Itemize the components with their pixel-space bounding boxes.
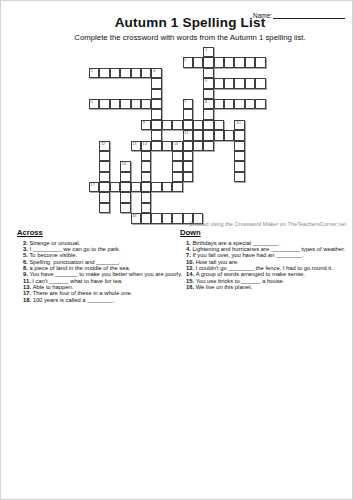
grid-cell-r7c7[interactable] xyxy=(162,120,172,130)
grid-cell-r1c12[interactable] xyxy=(214,57,224,67)
grid-cell-r9c5[interactable]: 14 xyxy=(141,141,151,151)
clue-text: I can't ______ what to have for tea. xyxy=(32,278,122,284)
grid-cell-r1c15[interactable] xyxy=(245,57,255,67)
grid-cell-r7c6[interactable] xyxy=(151,120,161,130)
cell-number: 4 xyxy=(153,69,155,74)
grid-cell-r1c16[interactable] xyxy=(255,57,265,67)
grid-cell-r5c6[interactable] xyxy=(151,99,161,109)
grid-cell-r5c2[interactable] xyxy=(110,99,120,109)
grid-cell-r3c11[interactable]: 5 xyxy=(203,78,213,88)
clue-text: Able to happen. xyxy=(33,284,74,290)
grid-cell-r2c6[interactable]: 4 xyxy=(151,68,161,78)
grid-cell-r2c5[interactable] xyxy=(141,68,151,78)
grid-cell-r5c5[interactable] xyxy=(141,99,151,109)
grid-cell-r4c6[interactable] xyxy=(151,89,161,99)
grid-cell-r5c13[interactable] xyxy=(224,99,234,109)
grid-cell-r4c11[interactable] xyxy=(203,89,213,99)
clue-text: Birthdays are a special ________. xyxy=(192,240,280,246)
clue-text: 100 years is called a ________. xyxy=(33,297,115,303)
grid-cell-r6c6[interactable] xyxy=(151,109,161,119)
grid-cell-r5c0[interactable]: 6 xyxy=(89,99,99,109)
cell-number: 10 xyxy=(236,121,240,126)
crossword-grid[interactable]: 123456789101112131415161718 xyxy=(89,47,266,224)
grid-cell-r8c9[interactable]: 11 xyxy=(183,130,193,140)
grid-cell-r5c4[interactable] xyxy=(131,99,141,109)
grid-cell-r8c6[interactable] xyxy=(151,130,161,140)
across-clue-list: 2. Strange or unusual.3. I _________ we … xyxy=(17,240,179,303)
grid-cell-r11c9[interactable] xyxy=(183,161,193,171)
grid-cell-r7c10[interactable] xyxy=(193,120,203,130)
attribution: Created using the Crossword Maker on The… xyxy=(189,221,346,227)
grid-cell-r9c11[interactable] xyxy=(203,141,213,151)
grid-cell-r12c3[interactable] xyxy=(120,172,130,182)
grid-cell-r9c6[interactable] xyxy=(151,141,161,151)
clue-number: 12. xyxy=(186,265,196,271)
grid-cell-r13c5[interactable] xyxy=(141,182,151,192)
grid-cell-r7c12[interactable] xyxy=(214,120,224,130)
down-clue-list: 1. Birthdays are a special ________.4. L… xyxy=(180,240,350,291)
grid-cell-r2c4[interactable] xyxy=(131,68,141,78)
grid-cell-r9c10[interactable] xyxy=(193,141,203,151)
grid-cell-r13c0[interactable]: 17 xyxy=(89,182,99,192)
cell-number: 7 xyxy=(184,100,186,105)
grid-cell-r16c6[interactable] xyxy=(151,213,161,223)
clue-text: a piece of land in the middle of the sea… xyxy=(29,265,130,271)
grid-cell-r9c9[interactable] xyxy=(183,141,193,151)
grid-cell-r5c14[interactable] xyxy=(234,99,244,109)
grid-cell-r9c4[interactable]: 13 xyxy=(131,141,141,151)
across-section: Across 2. Strange or unusual.3. I ______… xyxy=(17,228,179,303)
grid-cell-r13c4[interactable] xyxy=(131,182,141,192)
cell-number: 8 xyxy=(205,100,207,105)
cell-number: 13 xyxy=(132,142,136,147)
grid-cell-r9c14[interactable] xyxy=(234,141,244,151)
clue-text: A group of words arranged to make sense. xyxy=(196,271,305,277)
grid-cell-r14c3[interactable] xyxy=(120,192,130,202)
clue-text: If you fall over, you have had an ______… xyxy=(192,252,303,258)
clue-number: 15. xyxy=(186,278,196,284)
clue-number: 13. xyxy=(23,284,33,290)
clue-number: 11. xyxy=(23,278,32,284)
clue-text: You have _______ to make you better when… xyxy=(29,271,182,277)
grid-cell-r10c5[interactable] xyxy=(141,151,151,161)
grid-cell-r10c8[interactable] xyxy=(172,151,182,161)
grid-cell-r15c3[interactable] xyxy=(120,203,130,213)
grid-cell-r3c12[interactable] xyxy=(214,78,224,88)
grid-cell-r8c11[interactable] xyxy=(203,130,213,140)
clue-number: 17. xyxy=(23,290,33,296)
grid-cell-r1c9[interactable]: 2 xyxy=(183,57,193,67)
grid-cell-r13c2[interactable] xyxy=(110,182,120,192)
grid-cell-r15c1[interactable] xyxy=(99,203,109,213)
grid-cell-r12c9[interactable] xyxy=(183,172,193,182)
grid-cell-r8c13[interactable] xyxy=(224,130,234,140)
grid-cell-r16c5[interactable] xyxy=(141,213,151,223)
clue-text: There are four of these in a whole one. xyxy=(33,290,133,296)
grid-cell-r2c0[interactable]: 3 xyxy=(89,68,99,78)
clue-item: 16. We live on this planet. xyxy=(180,284,350,290)
grid-cell-r5c11[interactable]: 8 xyxy=(203,99,213,109)
grid-cell-r2c3[interactable] xyxy=(120,68,130,78)
cell-number: 18 xyxy=(132,214,136,219)
clue-number: 10. xyxy=(186,259,196,265)
grid-cell-r3c13[interactable] xyxy=(224,78,234,88)
cell-number: 16 xyxy=(122,162,126,167)
grid-cell-r9c1[interactable]: 12 xyxy=(99,141,109,151)
grid-cell-r7c5[interactable]: 9 xyxy=(141,120,151,130)
down-section: Down 1. Birthdays are a special ________… xyxy=(180,228,350,290)
grid-cell-r5c3[interactable] xyxy=(120,99,130,109)
grid-cell-r15c5[interactable] xyxy=(141,203,151,213)
clue-item: 18. 100 years is called a ________. xyxy=(17,297,179,303)
grid-cell-r14c5[interactable] xyxy=(141,192,151,202)
cell-number: 5 xyxy=(205,79,207,84)
cell-number: 6 xyxy=(91,100,93,105)
grid-cell-r11c8[interactable] xyxy=(172,161,182,171)
grid-cell-r3c14[interactable] xyxy=(234,78,244,88)
grid-cell-r12c14[interactable] xyxy=(234,172,244,182)
grid-cell-r7c9[interactable] xyxy=(183,120,193,130)
grid-cell-r9c8[interactable]: 15 xyxy=(172,141,182,151)
grid-cell-r7c8[interactable] xyxy=(172,120,182,130)
grid-cell-r1c14[interactable] xyxy=(234,57,244,67)
grid-cell-r5c1[interactable] xyxy=(99,99,109,109)
grid-cell-r12c1[interactable] xyxy=(99,172,109,182)
clue-text: You use bricks to ______ a house. xyxy=(196,278,285,284)
grid-cell-r5c16[interactable] xyxy=(255,99,265,109)
cell-number: 3 xyxy=(91,69,93,74)
cell-number: 9 xyxy=(143,121,145,126)
worksheet-page: Name: Autumn 1 Spelling List Complete th… xyxy=(0,0,353,500)
grid-cell-r14c1[interactable] xyxy=(99,192,109,202)
grid-cell-r11c1[interactable] xyxy=(99,161,109,171)
grid-cell-r9c7[interactable] xyxy=(162,141,172,151)
clue-number: 18. xyxy=(23,297,33,303)
grid-cell-r10c1[interactable] xyxy=(99,151,109,161)
grid-cell-r13c1[interactable] xyxy=(99,182,109,192)
grid-cell-r10c9[interactable] xyxy=(183,151,193,161)
page-subtitle: Complete the crossword with words from t… xyxy=(25,33,353,42)
down-heading: Down xyxy=(180,228,350,237)
grid-cell-r8c12[interactable] xyxy=(214,130,224,140)
grid-cell-r0c11[interactable]: 1 xyxy=(203,47,213,57)
grid-cell-r11c14[interactable] xyxy=(234,161,244,171)
grid-cell-r6c11[interactable] xyxy=(203,109,213,119)
header: Autumn 1 Spelling List Complete the cros… xyxy=(25,15,353,42)
grid-cell-r1c13[interactable] xyxy=(224,57,234,67)
grid-cell-r3c6[interactable] xyxy=(151,78,161,88)
grid-cell-r3c16[interactable] xyxy=(255,78,265,88)
clue-text: How tall you are. xyxy=(196,259,239,265)
grid-cell-r12c5[interactable] xyxy=(141,172,151,182)
cell-number: 17 xyxy=(91,183,95,188)
clue-text: Spelling, punctuation and _______. xyxy=(29,259,120,265)
clue-text: I _________ we can go to the park. xyxy=(29,246,120,252)
cell-number: 11 xyxy=(184,131,188,136)
grid-cell-r5c15[interactable] xyxy=(245,99,255,109)
grid-cell-r16c8[interactable] xyxy=(172,213,182,223)
grid-cell-r1c11[interactable] xyxy=(203,57,213,67)
grid-cell-r8c10[interactable] xyxy=(193,130,203,140)
clue-text: To become visible. xyxy=(29,252,77,258)
grid-cell-r12c8[interactable] xyxy=(172,172,182,182)
clue-text: Lightening and hurricanes are _________ … xyxy=(192,246,345,252)
grid-cell-r2c11[interactable] xyxy=(203,68,213,78)
clue-text: We live on this planet. xyxy=(196,284,253,290)
grid-cell-r8c14[interactable] xyxy=(234,130,244,140)
cell-number: 12 xyxy=(101,142,105,147)
grid-cell-r11c5[interactable] xyxy=(141,161,151,171)
grid-cell-r6c9[interactable] xyxy=(183,109,193,119)
grid-cell-r7c14[interactable]: 10 xyxy=(234,120,244,130)
cell-number: 1 xyxy=(205,48,207,53)
clue-text: I couldn't go ________ the fence, I had … xyxy=(196,265,333,271)
cell-number: 2 xyxy=(184,58,186,63)
clue-text: Strange or unusual. xyxy=(29,240,80,246)
grid-cell-r13c8[interactable] xyxy=(172,182,182,192)
page-title: Autumn 1 Spelling List xyxy=(25,15,353,30)
grid-cell-r10c14[interactable] xyxy=(234,151,244,161)
clue-number: 14. xyxy=(186,271,196,277)
grid-cell-r13c3[interactable] xyxy=(120,182,130,192)
grid-cell-r1c10[interactable] xyxy=(193,57,203,67)
cell-number: 15 xyxy=(174,142,178,147)
across-heading: Across xyxy=(17,228,179,237)
grid-cell-r2c1[interactable] xyxy=(99,68,109,78)
grid-cell-r13c6[interactable] xyxy=(151,182,161,192)
grid-cell-r2c2[interactable] xyxy=(110,68,120,78)
grid-cell-r11c3[interactable]: 16 xyxy=(120,161,130,171)
grid-cell-r16c7[interactable] xyxy=(162,213,172,223)
grid-cell-r5c9[interactable]: 7 xyxy=(183,99,193,109)
grid-cell-r3c15[interactable] xyxy=(245,78,255,88)
grid-cell-r16c4[interactable]: 18 xyxy=(131,213,141,223)
clue-number: 16. xyxy=(186,284,196,290)
cell-number: 14 xyxy=(143,142,147,147)
grid-cell-r13c7[interactable] xyxy=(162,182,172,192)
grid-cell-r7c11[interactable] xyxy=(203,120,213,130)
grid-cell-r5c12[interactable] xyxy=(214,99,224,109)
